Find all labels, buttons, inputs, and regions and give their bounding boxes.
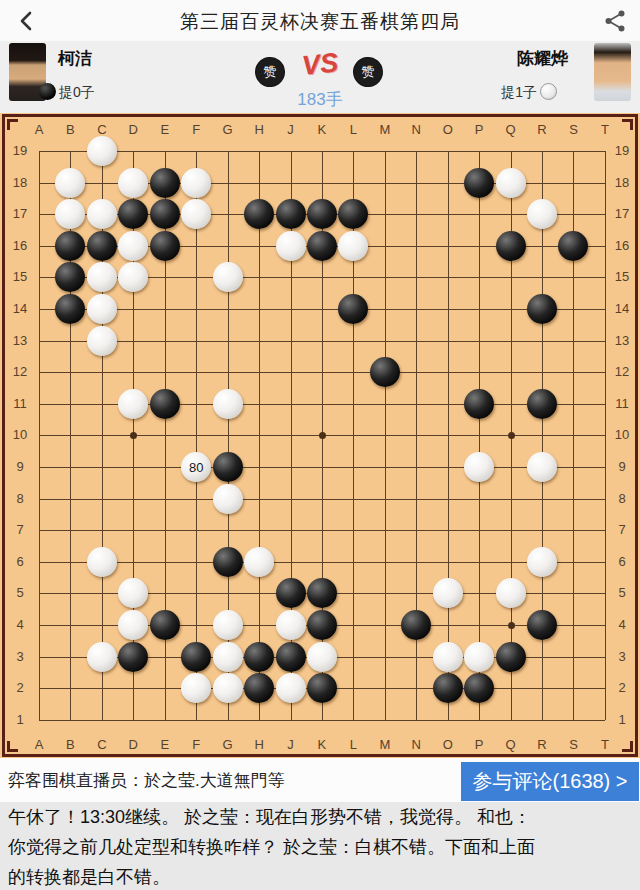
row-label: 11: [7, 397, 33, 411]
frame-corner-ornament: [7, 741, 18, 752]
col-label: B: [60, 122, 80, 137]
col-label: M: [375, 737, 395, 752]
grid-line: [448, 151, 449, 720]
stone-black-e17: [150, 199, 180, 229]
col-label: F: [186, 737, 206, 752]
col-label: Q: [501, 122, 521, 137]
stone-white-c3: [87, 642, 117, 672]
stone-black-c16: [87, 231, 117, 261]
col-label: R: [532, 737, 552, 752]
stone-black-r11: [527, 389, 557, 419]
grid-line: [385, 151, 386, 720]
col-label: J: [281, 737, 301, 752]
stone-black-q16: [496, 231, 526, 261]
row-label: 6: [609, 555, 635, 569]
stone-white-c13: [87, 326, 117, 356]
col-label: N: [406, 122, 426, 137]
stone-white-g15: [213, 262, 243, 292]
row-label: 16: [609, 239, 635, 253]
grid-line: [39, 530, 605, 531]
player-right-avatar[interactable]: [594, 43, 631, 101]
col-label: S: [563, 737, 583, 752]
row-label: 14: [7, 302, 33, 316]
stone-black-p18: [464, 168, 494, 198]
stone-black-h3: [244, 642, 274, 672]
frame-corner-ornament: [622, 119, 633, 130]
join-comments-button[interactable]: 参与评论(1638) >: [461, 762, 639, 801]
player-right-name: 陈耀烨: [517, 47, 568, 70]
col-label: L: [343, 737, 363, 752]
col-label: L: [343, 122, 363, 137]
row-label: 8: [7, 492, 33, 506]
grid-line: [39, 720, 605, 721]
row-label: 19: [7, 144, 33, 158]
row-label: 12: [609, 365, 635, 379]
col-label: B: [60, 737, 80, 752]
stone-white-g2: [213, 673, 243, 703]
col-label: O: [438, 737, 458, 752]
stone-black-e18: [150, 168, 180, 198]
vs-label: VS: [298, 47, 341, 82]
stone-white-c17: [87, 199, 117, 229]
col-label: F: [186, 122, 206, 137]
row-label: 17: [7, 207, 33, 221]
stone-white-g4: [213, 610, 243, 640]
row-label: 14: [609, 302, 635, 316]
stone-white-p3: [464, 642, 494, 672]
row-label: 3: [609, 650, 635, 664]
col-label: N: [406, 737, 426, 752]
frame-corner-ornament: [7, 119, 18, 130]
chat-area: 午休了！13:30继续。 於之莹：现在白形势不错，我觉得。 和也： 你觉得之前几…: [0, 802, 640, 890]
row-label: 19: [609, 144, 635, 158]
row-label: 13: [7, 334, 33, 348]
col-label: H: [249, 122, 269, 137]
col-label: O: [438, 122, 458, 137]
row-label: 4: [609, 618, 635, 632]
stone-black-e4: [150, 610, 180, 640]
col-label: P: [469, 122, 489, 137]
stone-white-d16: [118, 231, 148, 261]
stone-black-p11: [464, 389, 494, 419]
col-label: D: [123, 122, 143, 137]
row-label: 1: [609, 713, 635, 727]
stone-white-d11: [118, 389, 148, 419]
grid-line: [39, 562, 605, 563]
row-label: 5: [7, 586, 33, 600]
stone-white-j16: [276, 231, 306, 261]
white-stone-icon: [540, 83, 557, 100]
col-label: A: [29, 122, 49, 137]
live-commentary-bar: 弈客围棋直播员：於之莹.大道無門等 参与评论(1638) >: [0, 758, 640, 802]
chat-line: 午休了！13:30继续。 於之莹：现在白形势不错，我觉得。 和也：: [0, 802, 640, 832]
stone-black-d3: [118, 642, 148, 672]
row-label: 9: [7, 460, 33, 474]
col-label: D: [123, 737, 143, 752]
stone-black-k17: [307, 199, 337, 229]
player-right-captures: 提1子: [501, 84, 537, 102]
grid-line: [605, 151, 606, 720]
col-label: K: [312, 122, 332, 137]
frame-corner-ornament: [622, 741, 633, 752]
col-label: E: [155, 737, 175, 752]
grid-line: [479, 151, 480, 720]
stone-black-k4: [307, 610, 337, 640]
row-label: 10: [609, 428, 635, 442]
col-label: R: [532, 122, 552, 137]
row-label: 15: [609, 270, 635, 284]
live-commentator-text: 弈客围棋直播员：於之莹.大道無門等: [8, 769, 285, 792]
player-left-captures: 提0子: [59, 84, 95, 102]
stone-black-r14: [527, 294, 557, 324]
row-label: 16: [7, 239, 33, 253]
col-label: J: [281, 122, 301, 137]
stone-black-j5: [276, 578, 306, 608]
col-label: A: [29, 737, 49, 752]
title-bar: 第三届百灵杯决赛五番棋第四局: [0, 0, 640, 42]
go-board[interactable]: AABBCCDDEEFFGGHHJJKKLLMMNNOOPPQQRRSSTT19…: [0, 113, 640, 758]
stone-white-o5: [433, 578, 463, 608]
stone-white-c14: [87, 294, 117, 324]
row-label: 3: [7, 650, 33, 664]
stone-black-k2: [307, 673, 337, 703]
col-label: G: [218, 737, 238, 752]
chat-line: 你觉得之前几处定型和转换咋样？ 於之莹：白棋不错。下面和上面: [0, 832, 640, 862]
black-stone-icon: [39, 83, 56, 100]
row-label: 10: [7, 428, 33, 442]
player-bar: 柯洁 提0子 赞 VS 赞 183手 提1子 陈耀烨: [0, 41, 640, 113]
row-label: 17: [609, 207, 635, 221]
col-label: G: [218, 122, 238, 137]
row-label: 11: [609, 397, 635, 411]
col-label: T: [595, 737, 615, 752]
row-label: 7: [7, 523, 33, 537]
row-label: 1: [7, 713, 33, 727]
row-label: 5: [609, 586, 635, 600]
row-label: 4: [7, 618, 33, 632]
stone-black-g9: [213, 452, 243, 482]
stone-black-k16: [307, 231, 337, 261]
row-label: 9: [609, 460, 635, 474]
row-label: 12: [7, 365, 33, 379]
row-label: 18: [609, 176, 635, 190]
stone-white-q18: [496, 168, 526, 198]
stone-white-d18: [118, 168, 148, 198]
stone-white-q5: [496, 578, 526, 608]
col-label: M: [375, 122, 395, 137]
row-label: 2: [609, 681, 635, 695]
zan-badge-icon: 赞: [352, 56, 385, 89]
row-label: 6: [7, 555, 33, 569]
stone-black-q3: [496, 642, 526, 672]
stone-white-p9: [464, 452, 494, 482]
col-label: Q: [501, 737, 521, 752]
stone-white-f9: 80: [181, 452, 211, 482]
star-point: [508, 622, 515, 629]
stone-white-k3: [307, 642, 337, 672]
row-label: 7: [609, 523, 635, 537]
stone-black-g6: [213, 547, 243, 577]
stone-black-f3: [181, 642, 211, 672]
stone-white-r9: [527, 452, 557, 482]
stone-black-e16: [150, 231, 180, 261]
move-number-label: 80: [189, 460, 203, 475]
stone-white-g3: [213, 642, 243, 672]
col-label: C: [92, 122, 112, 137]
row-label: 18: [7, 176, 33, 190]
move-count: 183手: [285, 88, 355, 111]
row-label: 13: [609, 334, 635, 348]
stone-white-f18: [181, 168, 211, 198]
stone-white-c6: [87, 547, 117, 577]
col-label: P: [469, 737, 489, 752]
share-button[interactable]: [602, 8, 628, 34]
stone-white-c19: [87, 136, 117, 166]
zan-badge-icon: 赞: [254, 56, 287, 89]
stone-black-o2: [433, 673, 463, 703]
stone-black-e11: [150, 389, 180, 419]
col-label: K: [312, 737, 332, 752]
stone-black-j17: [276, 199, 306, 229]
stone-white-r6: [527, 547, 557, 577]
col-label: S: [563, 122, 583, 137]
stone-white-h6: [244, 547, 274, 577]
share-nodes-icon: [602, 8, 628, 34]
col-label: E: [155, 122, 175, 137]
stone-white-b18: [55, 168, 85, 198]
stone-white-g11: [213, 389, 243, 419]
col-label: C: [92, 737, 112, 752]
stone-white-o3: [433, 642, 463, 672]
grid-line: [39, 499, 605, 500]
chat-line: 的转换都是白不错。: [0, 862, 640, 890]
col-label: T: [595, 122, 615, 137]
star-point: [508, 432, 515, 439]
row-label: 15: [7, 270, 33, 284]
stone-white-j4: [276, 610, 306, 640]
row-label: 8: [609, 492, 635, 506]
stone-black-j3: [276, 642, 306, 672]
stone-white-j2: [276, 673, 306, 703]
grid-line: [39, 467, 605, 468]
stone-white-l16: [338, 231, 368, 261]
stone-black-m12: [370, 357, 400, 387]
col-label: H: [249, 737, 269, 752]
stone-black-r4: [527, 610, 557, 640]
page-title: 第三届百灵杯决赛五番棋第四局: [0, 9, 640, 35]
stone-white-g8: [213, 484, 243, 514]
row-label: 2: [7, 681, 33, 695]
player-left-name: 柯洁: [58, 47, 92, 70]
